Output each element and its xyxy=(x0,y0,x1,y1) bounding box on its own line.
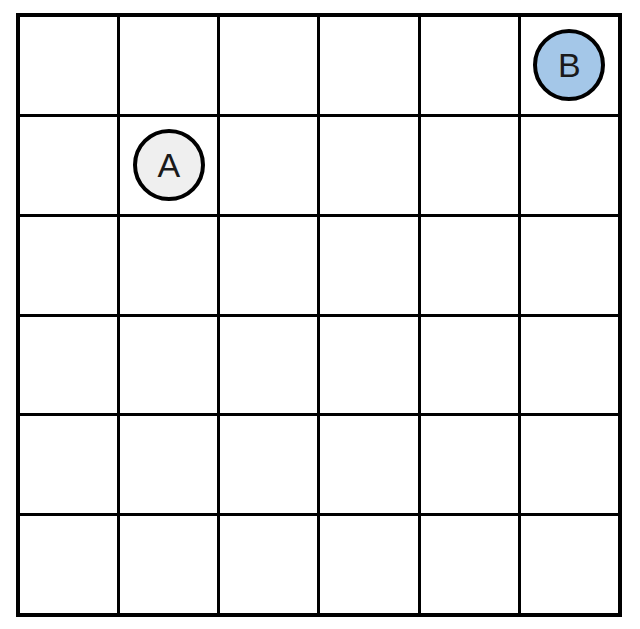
grid-cell-r6c2[interactable] xyxy=(120,516,217,613)
grid-cell-r2c6[interactable] xyxy=(521,117,618,214)
grid-cell-r5c4[interactable] xyxy=(320,416,417,513)
grid-cell-r4c4[interactable] xyxy=(320,317,417,414)
marker-a[interactable]: A xyxy=(133,129,205,201)
grid-cell-r5c5[interactable] xyxy=(421,416,518,513)
grid-cell-r6c4[interactable] xyxy=(320,516,417,613)
grid-cell-r6c6[interactable] xyxy=(521,516,618,613)
grid-cell-r3c5[interactable] xyxy=(421,217,518,314)
grid-cell-r2c4[interactable] xyxy=(320,117,417,214)
grid-cell-r3c1[interactable] xyxy=(20,217,117,314)
grid-cell-r2c3[interactable] xyxy=(220,117,317,214)
grid-cell-r1c5[interactable] xyxy=(421,17,518,114)
marker-b-label: B xyxy=(558,48,581,82)
grid-cell-r1c6[interactable]: B xyxy=(521,17,618,114)
grid-cell-r6c5[interactable] xyxy=(421,516,518,613)
grid-cell-r4c3[interactable] xyxy=(220,317,317,414)
page: BA xyxy=(0,0,640,629)
marker-b[interactable]: B xyxy=(533,29,605,101)
grid-cell-r3c6[interactable] xyxy=(521,217,618,314)
board: BA xyxy=(16,13,622,617)
marker-a-label: A xyxy=(157,148,180,182)
grid-cell-r4c1[interactable] xyxy=(20,317,117,414)
grid-cell-r5c3[interactable] xyxy=(220,416,317,513)
grid-cell-r2c1[interactable] xyxy=(20,117,117,214)
grid-cell-r1c3[interactable] xyxy=(220,17,317,114)
grid-cell-r6c3[interactable] xyxy=(220,516,317,613)
grid-cell-r6c1[interactable] xyxy=(20,516,117,613)
grid-cell-r1c2[interactable] xyxy=(120,17,217,114)
grid-cell-r5c6[interactable] xyxy=(521,416,618,513)
grid-cell-r2c5[interactable] xyxy=(421,117,518,214)
grid-cell-r2c2[interactable]: A xyxy=(120,117,217,214)
grid-cell-r4c5[interactable] xyxy=(421,317,518,414)
grid-cell-r5c1[interactable] xyxy=(20,416,117,513)
grid-cell-r5c2[interactable] xyxy=(120,416,217,513)
grid-cell-r1c4[interactable] xyxy=(320,17,417,114)
grid-cell-r3c3[interactable] xyxy=(220,217,317,314)
grid-cell-r3c2[interactable] xyxy=(120,217,217,314)
grid-cell-r4c2[interactable] xyxy=(120,317,217,414)
grid-cell-r4c6[interactable] xyxy=(521,317,618,414)
grid-cell-r3c4[interactable] xyxy=(320,217,417,314)
grid-cell-r1c1[interactable] xyxy=(20,17,117,114)
